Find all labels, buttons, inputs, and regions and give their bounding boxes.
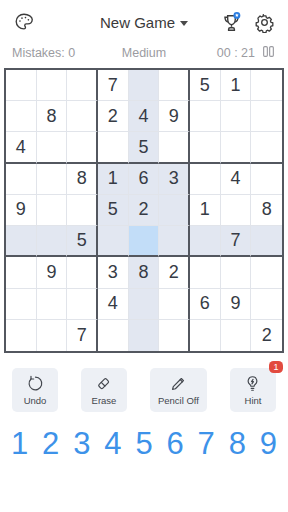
cell-r3c6[interactable] [159,132,190,163]
cell-r2c6[interactable]: 9 [159,101,190,132]
cell-r7c7[interactable] [190,257,221,288]
cell-r6c6[interactable] [159,226,190,257]
cell-r1c9[interactable] [251,70,282,101]
cell-r5c3[interactable] [67,195,98,226]
cell-r7c9[interactable] [251,257,282,288]
numpad-1[interactable]: 1 [11,426,28,462]
cell-r3c3[interactable] [67,132,98,163]
cell-r3c2[interactable] [37,132,68,163]
cell-r3c7[interactable] [190,132,221,163]
cell-r5c4[interactable]: 5 [98,195,129,226]
cell-r6c3[interactable]: 5 [67,226,98,257]
numpad-7[interactable]: 7 [198,426,215,462]
mistakes-counter: Mistakes: 0 [12,46,100,60]
cell-r9c1[interactable] [6,320,37,351]
cell-r2c7[interactable] [190,101,221,132]
cell-r5c5[interactable]: 2 [129,195,160,226]
timer: 00 : 21 [217,46,255,60]
cell-r1c6[interactable] [159,70,190,101]
cell-r4c1[interactable] [6,164,37,195]
cell-r5c1[interactable]: 9 [6,195,37,226]
erase-button[interactable]: Erase [81,368,127,412]
cell-r6c7[interactable] [190,226,221,257]
cell-r7c6[interactable]: 2 [159,257,190,288]
cell-r5c6[interactable] [159,195,190,226]
cell-r8c6[interactable] [159,289,190,320]
cell-r2c4[interactable]: 2 [98,101,129,132]
cell-r9c3[interactable]: 7 [67,320,98,351]
cell-r1c1[interactable] [6,70,37,101]
numpad-8[interactable]: 8 [229,426,246,462]
cell-r4c5[interactable]: 6 [129,164,160,195]
trophy-star-icon[interactable] [220,11,243,34]
cell-r7c2[interactable]: 9 [37,257,68,288]
cell-r9c2[interactable] [37,320,68,351]
numpad-4[interactable]: 4 [104,426,121,462]
cell-r1c8[interactable]: 1 [221,70,252,101]
cell-r9c9[interactable]: 2 [251,320,282,351]
numpad-5[interactable]: 5 [135,426,152,462]
cell-r7c1[interactable] [6,257,37,288]
numpad: 1 2 3 4 5 6 7 8 9 [0,426,288,462]
cell-r8c2[interactable] [37,289,68,320]
cell-r8c7[interactable]: 6 [190,289,221,320]
header: New Game [0,0,288,34]
cell-r4c7[interactable] [190,164,221,195]
page-title: New Game [100,14,175,31]
cell-r4c2[interactable] [37,164,68,195]
hint-label: Hint [245,395,262,406]
cell-r6c5[interactable] [129,226,160,257]
new-game-dropdown[interactable]: New Game [73,14,215,31]
cell-r2c2[interactable]: 8 [37,101,68,132]
cell-r7c8[interactable] [221,257,252,288]
hint-button[interactable]: 1 Hint [230,368,276,412]
chevron-down-icon [180,21,188,26]
hint-badge: 1 [269,361,283,373]
status-bar: Mistakes: 0 Medium 00 : 21 [0,45,288,61]
numpad-6[interactable]: 6 [166,426,183,462]
cell-r6c2[interactable] [37,226,68,257]
cell-r4c6[interactable]: 3 [159,164,190,195]
pause-icon[interactable] [261,44,276,62]
cell-r8c9[interactable] [251,289,282,320]
pencil-button[interactable]: Pencil Off [150,368,207,412]
numpad-3[interactable]: 3 [73,426,90,462]
cell-r1c3[interactable] [67,70,98,101]
cell-r5c8[interactable] [221,195,252,226]
cell-r2c9[interactable] [251,101,282,132]
erase-label: Erase [92,395,117,406]
cell-r8c4[interactable]: 4 [98,289,129,320]
cell-r3c9[interactable] [251,132,282,163]
cell-r1c5[interactable] [129,70,160,101]
cell-r2c5[interactable]: 4 [129,101,160,132]
cell-r5c7[interactable]: 1 [190,195,221,226]
undo-button[interactable]: Undo [12,368,58,412]
cell-r4c3[interactable]: 8 [67,164,98,195]
cell-r1c2[interactable] [37,70,68,101]
cell-r2c1[interactable] [6,101,37,132]
gear-icon[interactable] [254,12,275,33]
numpad-2[interactable]: 2 [42,426,59,462]
cell-r5c9[interactable]: 8 [251,195,282,226]
cell-r5c2[interactable] [37,195,68,226]
cell-r6c1[interactable] [6,226,37,257]
cell-r1c7[interactable]: 5 [190,70,221,101]
cell-r2c3[interactable] [67,101,98,132]
cell-r3c5[interactable]: 5 [129,132,160,163]
pencil-label: Pencil Off [158,395,199,406]
cell-r9c5[interactable] [129,320,160,351]
cell-r6c8[interactable]: 7 [221,226,252,257]
cell-r3c8[interactable] [221,132,252,163]
sudoku-board: 751824945816349521857938246972 [4,68,284,353]
cell-r9c8[interactable] [221,320,252,351]
cell-r9c4[interactable] [98,320,129,351]
cell-r2c8[interactable] [221,101,252,132]
cell-r6c4[interactable] [98,226,129,257]
cell-r7c5[interactable]: 8 [129,257,160,288]
cell-r4c9[interactable] [251,164,282,195]
cell-r8c1[interactable] [6,289,37,320]
cell-r8c3[interactable] [67,289,98,320]
cell-r7c3[interactable] [67,257,98,288]
cell-r9c6[interactable] [159,320,190,351]
undo-label: Undo [24,395,47,406]
cell-r4c8[interactable]: 4 [221,164,252,195]
cell-r3c4[interactable] [98,132,129,163]
palette-icon[interactable] [13,11,35,33]
cell-r4c4[interactable]: 1 [98,164,129,195]
cell-r9c7[interactable] [190,320,221,351]
cell-r1c4[interactable]: 7 [98,70,129,101]
toolbar: Undo Erase Pencil Off 1 Hint [0,368,288,412]
cell-r3c1[interactable]: 4 [6,132,37,163]
difficulty-label: Medium [100,46,188,60]
cell-r8c5[interactable] [129,289,160,320]
cell-r8c8[interactable]: 9 [221,289,252,320]
cell-r7c4[interactable]: 3 [98,257,129,288]
cell-r6c9[interactable] [251,226,282,257]
numpad-9[interactable]: 9 [260,426,277,462]
